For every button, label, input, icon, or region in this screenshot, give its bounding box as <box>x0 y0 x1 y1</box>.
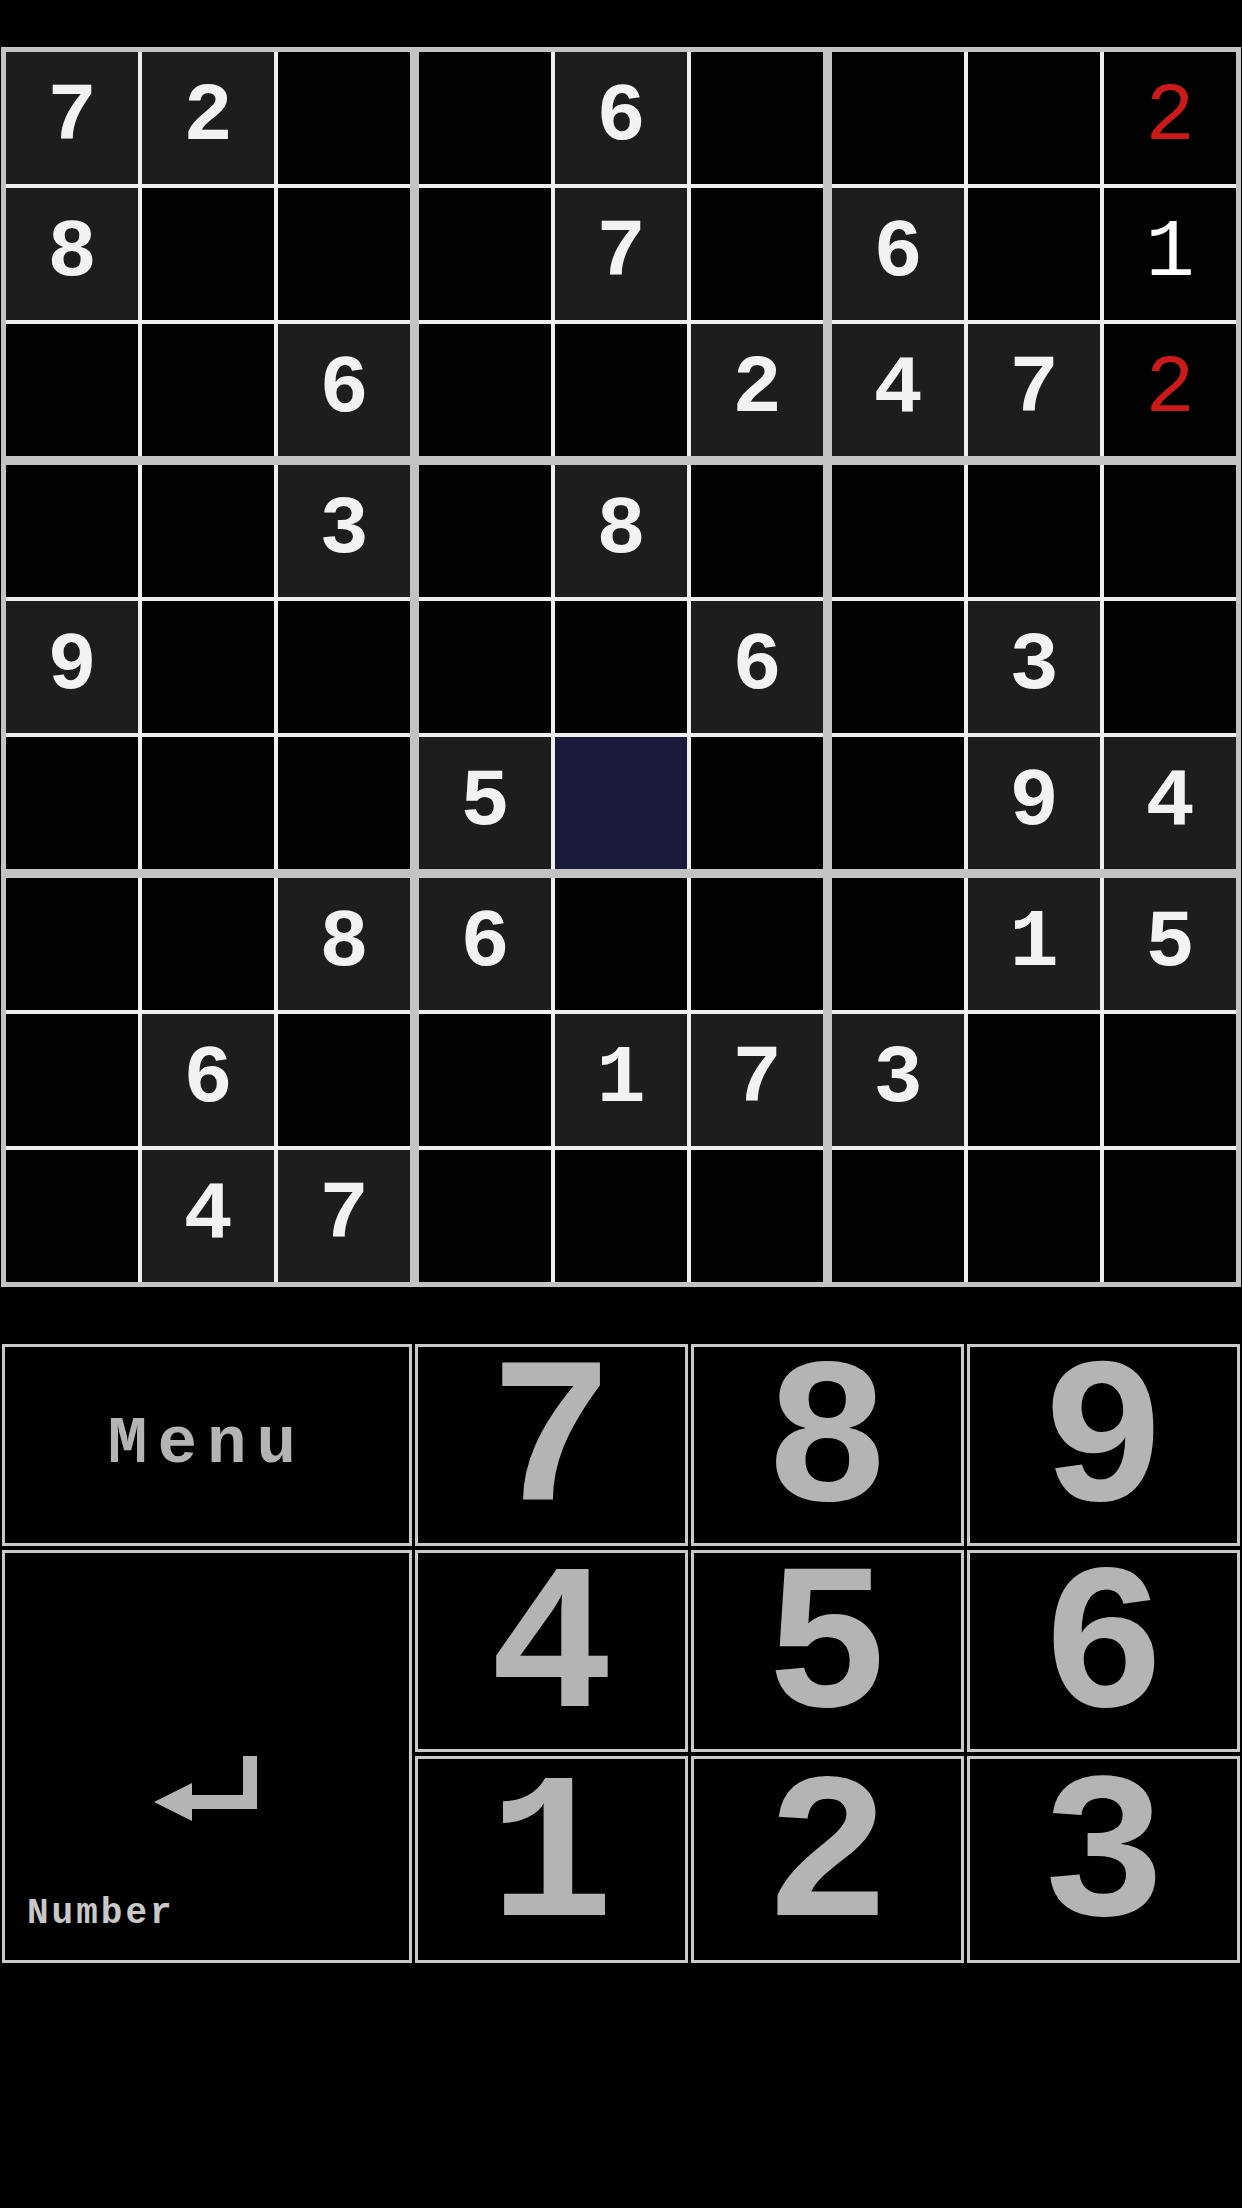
cell-r2c9[interactable]: 1 <box>1104 188 1236 320</box>
cell-r4c2[interactable] <box>142 465 274 597</box>
cell-r3c1[interactable] <box>6 324 138 456</box>
cell-r1c7[interactable] <box>832 52 964 184</box>
cell-r8c4[interactable] <box>419 1014 551 1146</box>
cell-r2c5[interactable]: 7 <box>555 188 687 320</box>
cell-r9c3[interactable]: 7 <box>278 1150 410 1282</box>
cell-r3c4[interactable] <box>419 324 551 456</box>
sudoku-board: 7262876162472389635948615617347 <box>1 47 1241 1287</box>
cell-r6c6[interactable] <box>691 737 823 869</box>
key-3[interactable]: 3 <box>967 1756 1240 1963</box>
cell-r4c6[interactable] <box>691 465 823 597</box>
cell-r5c7[interactable] <box>832 601 964 733</box>
key-3-label: 3 <box>1041 1756 1166 1964</box>
key-9-label: 9 <box>1041 1341 1166 1549</box>
key-5[interactable]: 5 <box>691 1550 964 1752</box>
cell-r1c6[interactable] <box>691 52 823 184</box>
cell-r5c9[interactable] <box>1104 601 1236 733</box>
cell-r8c3[interactable] <box>278 1014 410 1146</box>
cell-r4c5[interactable]: 8 <box>555 465 687 597</box>
cell-r2c4[interactable] <box>419 188 551 320</box>
cell-r2c6[interactable] <box>691 188 823 320</box>
cell-r5c2[interactable] <box>142 601 274 733</box>
box-divider-horizontal-1 <box>6 456 1236 465</box>
cell-r1c5[interactable]: 6 <box>555 52 687 184</box>
key-6[interactable]: 6 <box>967 1550 1240 1752</box>
key-9[interactable]: 9 <box>967 1344 1240 1546</box>
cell-r4c3[interactable]: 3 <box>278 465 410 597</box>
key-5-label: 5 <box>765 1547 890 1755</box>
cell-r6c7[interactable] <box>832 737 964 869</box>
cell-r5c1[interactable]: 9 <box>6 601 138 733</box>
cell-r5c5[interactable] <box>555 601 687 733</box>
cell-r9c5[interactable] <box>555 1150 687 1282</box>
cell-r3c9[interactable]: 2 <box>1104 324 1236 456</box>
cell-r2c3[interactable] <box>278 188 410 320</box>
cell-r2c8[interactable] <box>968 188 1100 320</box>
menu-button[interactable]: Menu <box>2 1344 412 1546</box>
cell-r9c9[interactable] <box>1104 1150 1236 1282</box>
box-divider-horizontal-2 <box>6 869 1236 878</box>
key-2[interactable]: 2 <box>691 1756 964 1963</box>
cell-r3c8[interactable]: 7 <box>968 324 1100 456</box>
cell-r8c5[interactable]: 1 <box>555 1014 687 1146</box>
cell-r4c4[interactable] <box>419 465 551 597</box>
cell-r6c9[interactable]: 4 <box>1104 737 1236 869</box>
cell-r2c1[interactable]: 8 <box>6 188 138 320</box>
cell-r1c9[interactable]: 2 <box>1104 52 1236 184</box>
cell-r6c5[interactable] <box>555 737 687 869</box>
cell-r1c3[interactable] <box>278 52 410 184</box>
key-7[interactable]: 7 <box>415 1344 688 1546</box>
return-arrow-icon <box>146 1750 268 1828</box>
cell-r9c7[interactable] <box>832 1150 964 1282</box>
cell-r4c9[interactable] <box>1104 465 1236 597</box>
cell-r8c9[interactable] <box>1104 1014 1236 1146</box>
cell-r4c8[interactable] <box>968 465 1100 597</box>
cell-r7c1[interactable] <box>6 878 138 1010</box>
enter-mode-button[interactable]: Number <box>2 1550 412 1963</box>
cell-r7c9[interactable]: 5 <box>1104 878 1236 1010</box>
cell-r6c2[interactable] <box>142 737 274 869</box>
cell-r7c8[interactable]: 1 <box>968 878 1100 1010</box>
menu-button-label: Menu <box>108 1412 306 1478</box>
cell-r5c4[interactable] <box>419 601 551 733</box>
key-2-label: 2 <box>765 1756 890 1964</box>
cell-r6c4[interactable]: 5 <box>419 737 551 869</box>
cell-r1c1[interactable]: 7 <box>6 52 138 184</box>
cell-r8c7[interactable]: 3 <box>832 1014 964 1146</box>
cell-r9c2[interactable]: 4 <box>142 1150 274 1282</box>
cell-r7c2[interactable] <box>142 878 274 1010</box>
box-divider-vertical-2 <box>823 52 832 1282</box>
input-mode-label: Number <box>27 1896 175 1932</box>
cell-r7c4[interactable]: 6 <box>419 878 551 1010</box>
cell-r9c8[interactable] <box>968 1150 1100 1282</box>
cell-r3c7[interactable]: 4 <box>832 324 964 456</box>
key-6-label: 6 <box>1041 1547 1166 1755</box>
cell-r8c2[interactable]: 6 <box>142 1014 274 1146</box>
cell-r6c3[interactable] <box>278 737 410 869</box>
key-1-label: 1 <box>489 1756 614 1964</box>
key-4[interactable]: 4 <box>415 1550 688 1752</box>
cell-r5c6[interactable]: 6 <box>691 601 823 733</box>
cell-r7c7[interactable] <box>832 878 964 1010</box>
key-8-label: 8 <box>765 1341 890 1549</box>
cell-r4c7[interactable] <box>832 465 964 597</box>
key-4-label: 4 <box>489 1547 614 1755</box>
cell-r2c2[interactable] <box>142 188 274 320</box>
screen: { "game": "sudoku", "position": { "notat… <box>0 0 1242 2208</box>
cell-r8c1[interactable] <box>6 1014 138 1146</box>
key-8[interactable]: 8 <box>691 1344 964 1546</box>
cell-r1c8[interactable] <box>968 52 1100 184</box>
cell-r5c8[interactable]: 3 <box>968 601 1100 733</box>
cell-r9c6[interactable] <box>691 1150 823 1282</box>
key-1[interactable]: 1 <box>415 1756 688 1963</box>
cell-r3c2[interactable] <box>142 324 274 456</box>
cell-r6c1[interactable] <box>6 737 138 869</box>
cell-r1c4[interactable] <box>419 52 551 184</box>
key-7-label: 7 <box>489 1341 614 1549</box>
cell-r4c1[interactable] <box>6 465 138 597</box>
cell-r6c8[interactable]: 9 <box>968 737 1100 869</box>
cell-r9c1[interactable] <box>6 1150 138 1282</box>
box-divider-vertical-1 <box>410 52 419 1282</box>
cell-r3c6[interactable]: 2 <box>691 324 823 456</box>
cell-r8c6[interactable]: 7 <box>691 1014 823 1146</box>
cell-r5c3[interactable] <box>278 601 410 733</box>
cell-r2c7[interactable]: 6 <box>832 188 964 320</box>
cell-r7c5[interactable] <box>555 878 687 1010</box>
cell-r7c6[interactable] <box>691 878 823 1010</box>
cell-r3c3[interactable]: 6 <box>278 324 410 456</box>
cell-r7c3[interactable]: 8 <box>278 878 410 1010</box>
cell-r3c5[interactable] <box>555 324 687 456</box>
cell-r1c2[interactable]: 2 <box>142 52 274 184</box>
cell-r9c4[interactable] <box>419 1150 551 1282</box>
cell-r8c8[interactable] <box>968 1014 1100 1146</box>
